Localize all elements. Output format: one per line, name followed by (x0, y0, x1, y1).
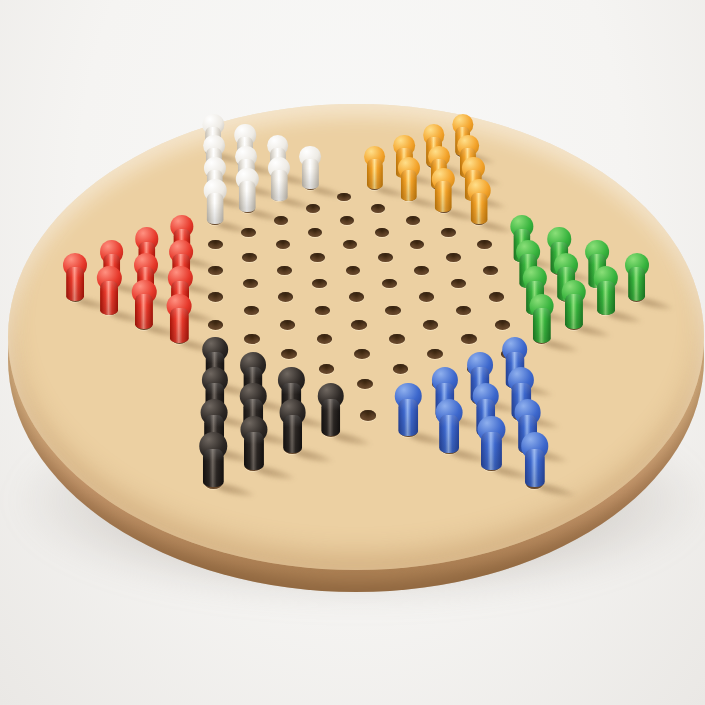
peg-yellow[interactable] (364, 146, 386, 190)
board-hole[interactable] (244, 334, 260, 344)
peg-yellow[interactable] (432, 168, 454, 213)
peg-red[interactable] (132, 280, 157, 329)
board-hole[interactable] (461, 334, 477, 344)
chinese-checkers-board (0, 0, 705, 705)
board-hole[interactable] (308, 228, 322, 237)
peg-blue[interactable] (521, 432, 549, 487)
board-hole[interactable] (382, 279, 397, 288)
peg-body-white (302, 159, 318, 190)
peg-body-red (170, 308, 188, 343)
peg-red[interactable] (167, 294, 192, 344)
board-hole[interactable] (446, 253, 461, 262)
board-hole[interactable] (317, 334, 333, 344)
peg-body-yellow (435, 181, 452, 212)
board-hole[interactable] (441, 228, 455, 237)
peg-black[interactable] (200, 432, 228, 487)
peg-red[interactable] (97, 266, 121, 315)
peg-body-blue (439, 415, 459, 453)
board-hole[interactable] (451, 279, 466, 288)
peg-body-yellow (366, 159, 382, 190)
peg-black[interactable] (279, 399, 306, 453)
peg-body-green (597, 281, 615, 315)
board-hole[interactable] (423, 320, 438, 330)
peg-body-black (203, 449, 223, 487)
board-hole[interactable] (280, 320, 295, 330)
board-hole[interactable] (427, 349, 443, 359)
board-hole[interactable] (375, 228, 389, 237)
peg-body-green (532, 308, 550, 343)
peg-yellow[interactable] (468, 179, 491, 224)
board-hole[interactable] (312, 279, 327, 288)
peg-blue[interactable] (436, 399, 463, 453)
peg-body-blue (398, 399, 418, 436)
peg-body-black (321, 399, 341, 436)
board-hole[interactable] (406, 216, 420, 225)
board-hole[interactable] (477, 240, 491, 249)
board-hole[interactable] (456, 306, 471, 316)
peg-green[interactable] (562, 280, 587, 329)
board-hole[interactable] (346, 266, 361, 275)
peg-body-green (565, 294, 583, 328)
board-hole[interactable] (281, 349, 297, 359)
peg-red[interactable] (63, 253, 87, 301)
board-hole[interactable] (277, 266, 292, 275)
peg-black[interactable] (240, 416, 267, 470)
board-hole[interactable] (495, 320, 510, 330)
board-hole[interactable] (414, 266, 429, 275)
peg-body-white (207, 193, 224, 225)
peg-body-black (283, 415, 303, 453)
board-hole[interactable] (310, 253, 325, 262)
board-hole[interactable] (410, 240, 424, 249)
board-hole[interactable] (315, 306, 330, 316)
board-hole[interactable] (360, 410, 376, 420)
peg-body-white (239, 181, 256, 212)
board-hole[interactable] (371, 204, 385, 213)
board-hole[interactable] (351, 320, 366, 330)
board-hole[interactable] (378, 253, 393, 262)
peg-blue[interactable] (478, 416, 505, 470)
product-photo-stage (0, 0, 705, 705)
peg-white[interactable] (204, 179, 227, 224)
peg-body-red (100, 281, 118, 315)
board-hole[interactable] (319, 364, 335, 374)
peg-green[interactable] (529, 294, 554, 344)
board-hole[interactable] (489, 292, 504, 302)
peg-blue[interactable] (395, 383, 422, 436)
board-hole[interactable] (278, 292, 293, 302)
board-hole[interactable] (276, 240, 290, 249)
board-hole[interactable] (244, 306, 259, 316)
peg-white[interactable] (300, 146, 322, 190)
board-hole[interactable] (242, 253, 257, 262)
board-hole[interactable] (483, 266, 498, 275)
peg-body-red (135, 294, 153, 328)
peg-body-blue (481, 432, 501, 470)
peg-body-white (271, 170, 287, 201)
peg-body-yellow (471, 193, 488, 225)
board-hole[interactable] (343, 240, 357, 249)
board-hole[interactable] (349, 292, 364, 302)
peg-body-yellow (400, 170, 416, 201)
peg-white[interactable] (236, 168, 258, 213)
peg-green[interactable] (594, 266, 618, 315)
peg-body-black (244, 432, 264, 470)
peg-white[interactable] (268, 157, 290, 201)
peg-body-blue (524, 449, 544, 487)
board-hole[interactable] (340, 216, 354, 225)
peg-green[interactable] (625, 253, 649, 301)
board-hole[interactable] (393, 364, 409, 374)
board-hole[interactable] (354, 349, 370, 359)
peg-black[interactable] (318, 383, 345, 436)
peg-body-red (66, 267, 84, 301)
board-hole[interactable] (208, 240, 222, 249)
board-hole[interactable] (419, 292, 434, 302)
board-hole[interactable] (389, 334, 405, 344)
peg-body-green (628, 267, 646, 301)
board-hole[interactable] (243, 279, 258, 288)
peg-yellow[interactable] (398, 157, 420, 201)
board-hole[interactable] (385, 306, 400, 316)
board-hole[interactable] (357, 379, 373, 389)
